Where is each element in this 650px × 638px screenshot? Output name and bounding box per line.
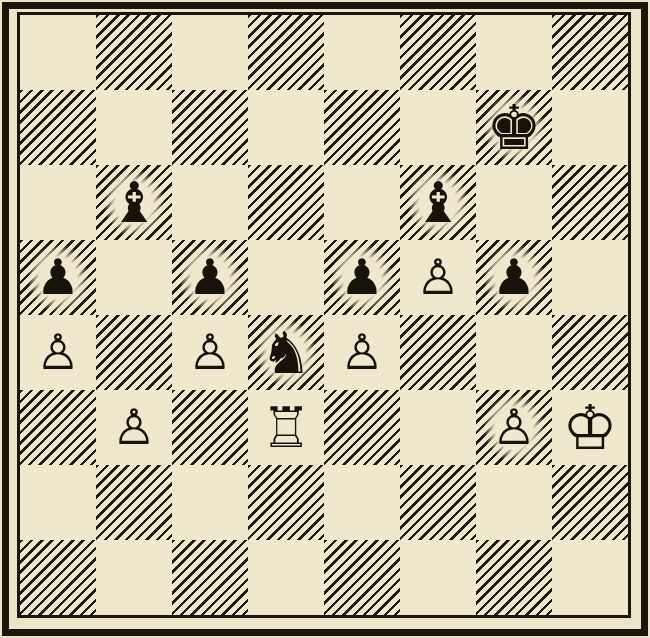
square-b6: ♝ <box>96 165 172 240</box>
square-f6: ♝ <box>400 165 476 240</box>
square-b7 <box>96 90 172 165</box>
black-pawn-piece: ♟ <box>188 253 232 302</box>
square-d5 <box>248 240 324 315</box>
square-d1 <box>248 540 324 615</box>
square-d6 <box>248 165 324 240</box>
square-c5: ♟ <box>172 240 248 315</box>
white-rook-piece: ♜♖ <box>261 400 311 456</box>
square-c1 <box>172 540 248 615</box>
square-h6 <box>552 165 628 240</box>
square-e5: ♟ <box>324 240 400 315</box>
square-d8 <box>248 15 324 90</box>
black-knight-glyph: ♞ <box>260 324 312 382</box>
square-h4 <box>552 315 628 390</box>
white-pawn-piece: ♟♙ <box>416 253 460 302</box>
white-king-glyph: ♔ <box>562 397 618 459</box>
square-c4: ♟♙ <box>172 315 248 390</box>
square-a4: ♟♙ <box>20 315 96 390</box>
square-h8 <box>552 15 628 90</box>
white-pawn-piece: ♟♙ <box>112 403 156 452</box>
black-pawn-piece: ♟ <box>340 253 384 302</box>
square-f4 <box>400 315 476 390</box>
square-a2 <box>20 465 96 540</box>
black-pawn-piece: ♟ <box>492 253 536 302</box>
square-a8 <box>20 15 96 90</box>
square-g4 <box>476 315 552 390</box>
square-f5: ♟♙ <box>400 240 476 315</box>
white-pawn-glyph: ♙ <box>492 403 536 452</box>
square-e4: ♟♙ <box>324 315 400 390</box>
square-e3 <box>324 390 400 465</box>
square-d3: ♜♖ <box>248 390 324 465</box>
square-h2 <box>552 465 628 540</box>
square-g3: ♟♙ <box>476 390 552 465</box>
square-a6 <box>20 165 96 240</box>
square-f8 <box>400 15 476 90</box>
square-f3 <box>400 390 476 465</box>
square-g1 <box>476 540 552 615</box>
black-king-glyph: ♚ <box>486 97 542 159</box>
square-b5 <box>96 240 172 315</box>
square-f1 <box>400 540 476 615</box>
square-a5: ♟ <box>20 240 96 315</box>
black-bishop-glyph: ♝ <box>413 175 463 231</box>
square-g2 <box>476 465 552 540</box>
square-e1 <box>324 540 400 615</box>
square-h5 <box>552 240 628 315</box>
square-a3 <box>20 390 96 465</box>
square-c3 <box>172 390 248 465</box>
white-pawn-glyph: ♙ <box>36 328 80 377</box>
white-pawn-glyph: ♙ <box>112 403 156 452</box>
black-pawn-glyph: ♟ <box>188 253 232 302</box>
square-g7: ♚ <box>476 90 552 165</box>
black-pawn-glyph: ♟ <box>36 253 80 302</box>
white-pawn-glyph: ♙ <box>340 328 384 377</box>
square-a1 <box>20 540 96 615</box>
square-d4: ♞ <box>248 315 324 390</box>
white-pawn-piece: ♟♙ <box>188 328 232 377</box>
square-a7 <box>20 90 96 165</box>
white-rook-glyph: ♖ <box>261 400 311 456</box>
square-e6 <box>324 165 400 240</box>
square-e2 <box>324 465 400 540</box>
square-e8 <box>324 15 400 90</box>
square-d2 <box>248 465 324 540</box>
black-bishop-piece: ♝ <box>109 175 159 231</box>
square-f2 <box>400 465 476 540</box>
white-pawn-piece: ♟♙ <box>36 328 80 377</box>
square-b8 <box>96 15 172 90</box>
white-pawn-piece: ♟♙ <box>340 328 384 377</box>
square-f7 <box>400 90 476 165</box>
square-d7 <box>248 90 324 165</box>
black-knight-piece: ♞ <box>260 324 312 382</box>
square-h7 <box>552 90 628 165</box>
black-pawn-piece: ♟ <box>36 253 80 302</box>
chess-board: ♚♝♝♟♟♟♟♙♟♟♙♟♙♞♟♙♟♙♜♖♟♙♚♔ <box>20 15 628 615</box>
white-pawn-glyph: ♙ <box>188 328 232 377</box>
square-b1 <box>96 540 172 615</box>
black-pawn-glyph: ♟ <box>340 253 384 302</box>
square-b3: ♟♙ <box>96 390 172 465</box>
square-c7 <box>172 90 248 165</box>
square-h3: ♚♔ <box>552 390 628 465</box>
square-g5: ♟ <box>476 240 552 315</box>
square-h1 <box>552 540 628 615</box>
square-c6 <box>172 165 248 240</box>
square-b4 <box>96 315 172 390</box>
black-pawn-glyph: ♟ <box>492 253 536 302</box>
book-page: ♚♝♝♟♟♟♟♙♟♟♙♟♙♞♟♙♟♙♜♖♟♙♚♔ <box>0 0 650 638</box>
board-frame: ♚♝♝♟♟♟♟♙♟♟♙♟♙♞♟♙♟♙♜♖♟♙♚♔ <box>17 12 631 618</box>
square-b2 <box>96 465 172 540</box>
white-pawn-glyph: ♙ <box>416 253 460 302</box>
square-g6 <box>476 165 552 240</box>
white-pawn-piece: ♟♙ <box>492 403 536 452</box>
black-bishop-glyph: ♝ <box>109 175 159 231</box>
square-c2 <box>172 465 248 540</box>
square-c8 <box>172 15 248 90</box>
black-king-piece: ♚ <box>486 97 542 159</box>
square-g8 <box>476 15 552 90</box>
white-king-piece: ♚♔ <box>562 397 618 459</box>
square-e7 <box>324 90 400 165</box>
black-bishop-piece: ♝ <box>413 175 463 231</box>
